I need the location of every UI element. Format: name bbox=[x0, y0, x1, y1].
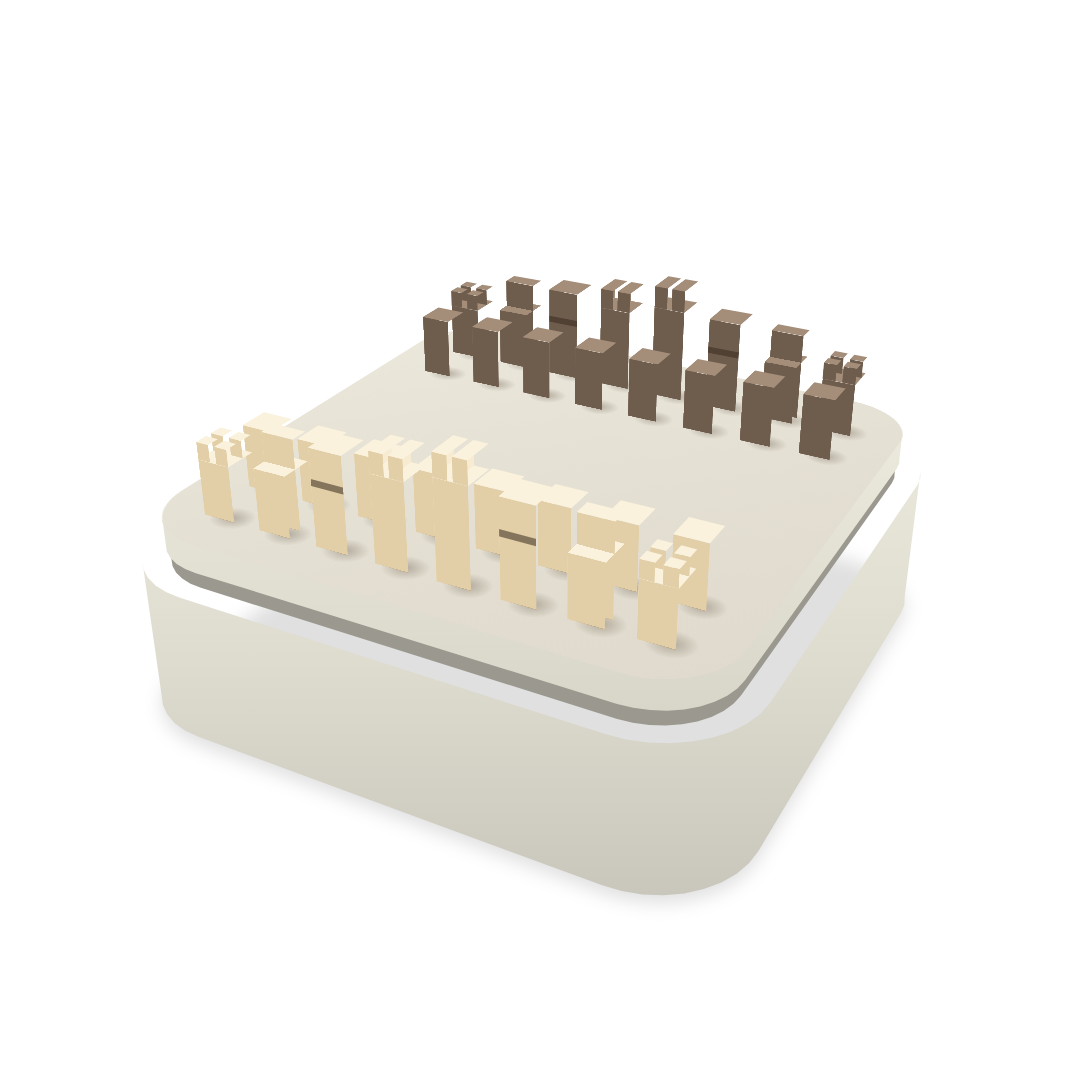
piece-face-front bbox=[498, 496, 536, 610]
piece-face-front bbox=[432, 477, 471, 591]
piece-face-front bbox=[739, 382, 773, 447]
piece-face-front bbox=[822, 362, 837, 381]
board-3d-scene bbox=[0, 0, 1080, 1080]
piece-face-front bbox=[671, 289, 685, 313]
piece-face-front bbox=[431, 451, 447, 481]
piece-face-front bbox=[798, 394, 835, 460]
piece-face-front bbox=[368, 450, 384, 477]
piece-face-front bbox=[467, 294, 478, 311]
piece-face-front bbox=[628, 358, 658, 421]
piece-face-front bbox=[523, 337, 550, 398]
piece-face-front bbox=[472, 327, 499, 387]
piece-face-front bbox=[229, 437, 243, 458]
piece-face-front bbox=[388, 455, 404, 482]
piece-face-front bbox=[683, 370, 715, 434]
chess-set-product-photo bbox=[0, 0, 1080, 1080]
piece-face-front bbox=[575, 347, 603, 409]
piece-face-front bbox=[654, 286, 668, 310]
piece-face-front bbox=[662, 565, 679, 589]
piece-face-front bbox=[423, 317, 450, 377]
piece-face-front bbox=[637, 578, 679, 650]
piece-face-front bbox=[638, 558, 655, 582]
piece-face-front bbox=[214, 446, 228, 467]
piece-face-front bbox=[617, 292, 630, 313]
piece-face-front bbox=[451, 291, 462, 308]
piece-face-front bbox=[537, 499, 571, 574]
piece-face-front bbox=[369, 473, 408, 573]
piece-face-front bbox=[452, 456, 468, 486]
piece-face-front bbox=[567, 552, 606, 629]
piece-face-front bbox=[601, 289, 614, 310]
